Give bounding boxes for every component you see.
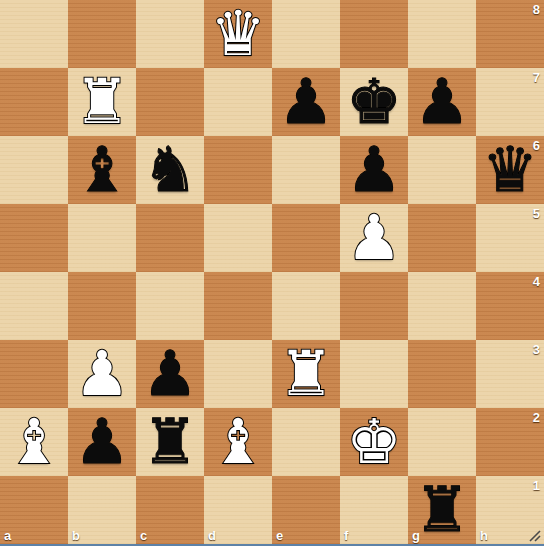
board-resize-handle[interactable] — [528, 529, 542, 543]
square-e8[interactable] — [272, 0, 340, 68]
piece-wP-b3[interactable]: ♟ — [74, 340, 130, 408]
square-e6[interactable] — [272, 136, 340, 204]
square-g6[interactable] — [408, 136, 476, 204]
piece-bK-f7[interactable]: ♚ — [346, 68, 402, 136]
piece-bP-c3[interactable]: ♟ — [142, 340, 198, 408]
square-d3[interactable] — [204, 340, 272, 408]
square-c8[interactable] — [136, 0, 204, 68]
square-g5[interactable] — [408, 204, 476, 272]
square-d6[interactable] — [204, 136, 272, 204]
square-b6[interactable]: ♝ — [68, 136, 136, 204]
rank-label-7: 7 — [533, 70, 540, 85]
rank-label-8: 8 — [533, 2, 540, 17]
piece-bQ-h6[interactable]: ♛ — [482, 136, 538, 204]
square-e1[interactable]: e — [272, 476, 340, 544]
rank-label-3: 3 — [533, 342, 540, 357]
square-a3[interactable] — [0, 340, 68, 408]
square-a2[interactable]: ♝ — [0, 408, 68, 476]
square-a4[interactable] — [0, 272, 68, 340]
square-f4[interactable] — [340, 272, 408, 340]
square-g3[interactable] — [408, 340, 476, 408]
piece-wB-d2[interactable]: ♝ — [210, 408, 266, 476]
square-a5[interactable] — [0, 204, 68, 272]
rank-label-1: 1 — [533, 478, 540, 493]
square-c1[interactable]: c — [136, 476, 204, 544]
piece-bR-g1[interactable]: ♜ — [414, 476, 470, 544]
square-d8[interactable]: ♛ — [204, 0, 272, 68]
square-h3[interactable]: 3 — [476, 340, 544, 408]
square-g4[interactable] — [408, 272, 476, 340]
piece-bP-g7[interactable]: ♟ — [414, 68, 470, 136]
piece-wK-f2[interactable]: ♚ — [346, 408, 402, 476]
square-a7[interactable] — [0, 68, 68, 136]
square-h7[interactable]: 7 — [476, 68, 544, 136]
square-c3[interactable]: ♟ — [136, 340, 204, 408]
square-f8[interactable] — [340, 0, 408, 68]
chess-board: ♛8♜♟♚♟7♝♞♟♛6♟54♟♟♜3♝♟♜♝♚2abcdef♜g1h — [0, 0, 544, 544]
square-h5[interactable]: 5 — [476, 204, 544, 272]
square-h2[interactable]: 2 — [476, 408, 544, 476]
piece-bP-b2[interactable]: ♟ — [74, 408, 130, 476]
piece-wB-a2[interactable]: ♝ — [6, 408, 62, 476]
piece-bR-c2[interactable]: ♜ — [142, 408, 198, 476]
piece-wP-f5[interactable]: ♟ — [346, 204, 402, 272]
square-d1[interactable]: d — [204, 476, 272, 544]
square-f6[interactable]: ♟ — [340, 136, 408, 204]
square-e5[interactable] — [272, 204, 340, 272]
square-e4[interactable] — [272, 272, 340, 340]
square-g7[interactable]: ♟ — [408, 68, 476, 136]
square-b4[interactable] — [68, 272, 136, 340]
square-a1[interactable]: a — [0, 476, 68, 544]
square-g8[interactable] — [408, 0, 476, 68]
square-f5[interactable]: ♟ — [340, 204, 408, 272]
rank-label-2: 2 — [533, 410, 540, 425]
square-d4[interactable] — [204, 272, 272, 340]
square-c4[interactable] — [136, 272, 204, 340]
square-g1[interactable]: ♜g — [408, 476, 476, 544]
square-e2[interactable] — [272, 408, 340, 476]
square-g2[interactable] — [408, 408, 476, 476]
square-e7[interactable]: ♟ — [272, 68, 340, 136]
square-h4[interactable]: 4 — [476, 272, 544, 340]
square-d2[interactable]: ♝ — [204, 408, 272, 476]
resize-handle-icon — [528, 529, 542, 543]
rank-label-4: 4 — [533, 274, 540, 289]
square-a8[interactable] — [0, 0, 68, 68]
piece-bP-e7[interactable]: ♟ — [278, 68, 334, 136]
square-b8[interactable] — [68, 0, 136, 68]
file-label-a: a — [4, 528, 11, 543]
square-c6[interactable]: ♞ — [136, 136, 204, 204]
square-c7[interactable] — [136, 68, 204, 136]
file-label-d: d — [208, 528, 216, 543]
square-a6[interactable] — [0, 136, 68, 204]
piece-bB-b6[interactable]: ♝ — [74, 136, 130, 204]
piece-bN-c6[interactable]: ♞ — [142, 136, 198, 204]
square-b2[interactable]: ♟ — [68, 408, 136, 476]
file-label-b: b — [72, 528, 80, 543]
square-c5[interactable] — [136, 204, 204, 272]
file-label-f: f — [344, 528, 348, 543]
square-h6[interactable]: ♛6 — [476, 136, 544, 204]
rank-label-5: 5 — [533, 206, 540, 221]
square-b7[interactable]: ♜ — [68, 68, 136, 136]
square-e3[interactable]: ♜ — [272, 340, 340, 408]
square-b3[interactable]: ♟ — [68, 340, 136, 408]
square-f3[interactable] — [340, 340, 408, 408]
square-b1[interactable]: b — [68, 476, 136, 544]
square-f2[interactable]: ♚ — [340, 408, 408, 476]
file-label-h: h — [480, 528, 488, 543]
square-c2[interactable]: ♜ — [136, 408, 204, 476]
piece-wR-b7[interactable]: ♜ — [74, 68, 130, 136]
chess-board-widget: ♛8♜♟♚♟7♝♞♟♛6♟54♟♟♜3♝♟♜♝♚2abcdef♜g1h — [0, 0, 544, 546]
square-f7[interactable]: ♚ — [340, 68, 408, 136]
square-f1[interactable]: f — [340, 476, 408, 544]
piece-bP-f6[interactable]: ♟ — [346, 136, 402, 204]
file-label-e: e — [276, 528, 283, 543]
square-h8[interactable]: 8 — [476, 0, 544, 68]
square-d5[interactable] — [204, 204, 272, 272]
piece-wR-e3[interactable]: ♜ — [278, 340, 334, 408]
square-b5[interactable] — [68, 204, 136, 272]
square-d7[interactable] — [204, 68, 272, 136]
piece-wQ-d8[interactable]: ♛ — [210, 0, 266, 68]
file-label-c: c — [140, 528, 147, 543]
